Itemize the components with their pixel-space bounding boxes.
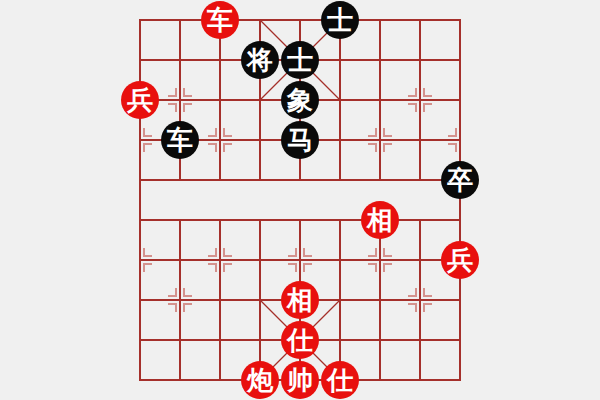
- black-advisor[interactable]: 士: [281, 41, 319, 79]
- black-advisor[interactable]: 士: [321, 1, 359, 39]
- piece-layer: 车士将士兵象车马卒相兵相仕炮帅仕: [120, 0, 480, 400]
- red-elephant[interactable]: 相: [281, 281, 319, 319]
- red-cannon[interactable]: 炮: [241, 361, 279, 399]
- black-general[interactable]: 将: [241, 41, 279, 79]
- red-chariot[interactable]: 车: [201, 1, 239, 39]
- xiangqi-board-screen: 车士将士兵象车马卒相兵相仕炮帅仕: [0, 0, 600, 400]
- red-general[interactable]: 帅: [281, 361, 319, 399]
- black-chariot[interactable]: 车: [161, 121, 199, 159]
- red-advisor[interactable]: 仕: [281, 321, 319, 359]
- black-elephant[interactable]: 象: [281, 81, 319, 119]
- red-soldier[interactable]: 兵: [441, 241, 479, 279]
- red-soldier[interactable]: 兵: [121, 81, 159, 119]
- red-elephant[interactable]: 相: [361, 201, 399, 239]
- red-advisor[interactable]: 仕: [321, 361, 359, 399]
- black-horse[interactable]: 马: [281, 121, 319, 159]
- black-soldier[interactable]: 卒: [441, 161, 479, 199]
